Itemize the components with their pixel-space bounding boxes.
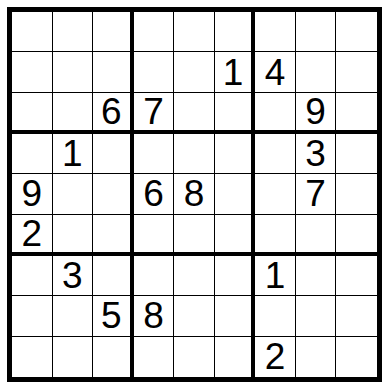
cell-r9c6[interactable] [215,337,256,377]
cell-r8c9[interactable] [336,296,377,336]
cell-r6c6[interactable] [215,215,256,256]
cell-r6c8[interactable] [296,215,337,256]
cell-r5c6[interactable] [215,174,256,214]
cell-r8c6[interactable] [215,296,256,336]
cell-r4c3[interactable] [93,134,134,174]
cell-r1c6[interactable] [215,12,256,52]
cell-r1c8[interactable] [296,12,337,52]
cell-r7c3[interactable] [93,256,134,296]
cell-r2c7[interactable]: 4 [255,52,296,92]
cell-r6c3[interactable] [93,215,134,256]
cell-r9c9[interactable] [336,337,377,377]
cell-r8c5[interactable] [174,296,215,336]
cell-r4c4[interactable] [134,134,175,174]
cell-r6c7[interactable] [255,215,296,256]
cell-r5c9[interactable] [336,174,377,214]
cell-r9c2[interactable] [53,337,94,377]
cell-r9c8[interactable] [296,337,337,377]
cell-r3c7[interactable] [255,93,296,134]
cell-r6c2[interactable] [53,215,94,256]
cell-r4c7[interactable] [255,134,296,174]
cell-r7c7[interactable]: 1 [255,256,296,296]
cell-r7c6[interactable] [215,256,256,296]
cell-r4c2[interactable]: 1 [53,134,94,174]
cell-r1c7[interactable] [255,12,296,52]
cell-r7c1[interactable] [12,256,53,296]
cell-r2c9[interactable] [336,52,377,92]
cell-r3c2[interactable] [53,93,94,134]
cell-r9c4[interactable] [134,337,175,377]
cell-r5c1[interactable]: 9 [12,174,53,214]
cell-r8c3[interactable]: 5 [93,296,134,336]
cell-r9c5[interactable] [174,337,215,377]
cell-r3c5[interactable] [174,93,215,134]
cell-r3c6[interactable] [215,93,256,134]
cell-r4c9[interactable] [336,134,377,174]
cell-r1c2[interactable] [53,12,94,52]
sudoku-board: 14679139687231582 [7,7,382,382]
cell-r6c9[interactable] [336,215,377,256]
cell-r4c5[interactable] [174,134,215,174]
cell-r3c8[interactable]: 9 [296,93,337,134]
cell-r1c3[interactable] [93,12,134,52]
cell-r8c7[interactable] [255,296,296,336]
cell-r4c8[interactable]: 3 [296,134,337,174]
cell-r8c1[interactable] [12,296,53,336]
sudoku-page: 14679139687231582 [0,0,389,389]
cell-r3c9[interactable] [336,93,377,134]
cell-r7c8[interactable] [296,256,337,296]
cell-r4c6[interactable] [215,134,256,174]
cell-r7c4[interactable] [134,256,175,296]
cell-r2c5[interactable] [174,52,215,92]
cell-r8c8[interactable] [296,296,337,336]
cell-r1c9[interactable] [336,12,377,52]
cell-r9c7[interactable]: 2 [255,337,296,377]
cell-r6c4[interactable] [134,215,175,256]
cell-r8c4[interactable]: 8 [134,296,175,336]
cell-r2c1[interactable] [12,52,53,92]
cell-r3c1[interactable] [12,93,53,134]
cell-r7c5[interactable] [174,256,215,296]
cell-r5c5[interactable]: 8 [174,174,215,214]
cell-r2c4[interactable] [134,52,175,92]
cell-r6c1[interactable]: 2 [12,215,53,256]
cell-r6c5[interactable] [174,215,215,256]
cell-r2c8[interactable] [296,52,337,92]
cell-r3c3[interactable]: 6 [93,93,134,134]
cell-r7c9[interactable] [336,256,377,296]
cell-r4c1[interactable] [12,134,53,174]
cell-r5c4[interactable]: 6 [134,174,175,214]
cell-r2c3[interactable] [93,52,134,92]
cell-r5c7[interactable] [255,174,296,214]
cell-r5c2[interactable] [53,174,94,214]
cell-r2c2[interactable] [53,52,94,92]
cell-r9c1[interactable] [12,337,53,377]
cell-r1c5[interactable] [174,12,215,52]
cell-r7c2[interactable]: 3 [53,256,94,296]
cell-r2c6[interactable]: 1 [215,52,256,92]
cell-r1c1[interactable] [12,12,53,52]
cell-r8c2[interactable] [53,296,94,336]
cell-r1c4[interactable] [134,12,175,52]
cell-r9c3[interactable] [93,337,134,377]
cell-r3c4[interactable]: 7 [134,93,175,134]
cell-r5c8[interactable]: 7 [296,174,337,214]
cell-r5c3[interactable] [93,174,134,214]
